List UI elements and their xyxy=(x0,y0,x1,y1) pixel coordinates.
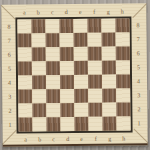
square-b2[interactable] xyxy=(32,103,46,117)
square-a3[interactable] xyxy=(18,89,32,103)
coordinate-label: c xyxy=(45,8,59,15)
square-g2[interactable] xyxy=(102,103,116,117)
rank-labels-left: 87654321 xyxy=(5,20,13,132)
coordinate-label: e xyxy=(75,135,89,142)
square-a5[interactable] xyxy=(18,61,32,75)
square-g7[interactable] xyxy=(102,33,116,47)
playing-area-border xyxy=(15,16,132,133)
square-e1[interactable] xyxy=(74,117,88,131)
square-c1[interactable] xyxy=(46,117,60,131)
square-f4[interactable] xyxy=(88,75,102,89)
square-c6[interactable] xyxy=(46,47,60,61)
square-d6[interactable] xyxy=(60,47,74,61)
square-a6[interactable] xyxy=(18,47,32,61)
square-b6[interactable] xyxy=(32,47,46,61)
square-e4[interactable] xyxy=(74,75,88,89)
coordinate-label: 3 xyxy=(6,90,13,104)
coordinate-label: 7 xyxy=(135,32,142,46)
square-b5[interactable] xyxy=(32,61,46,75)
coordinate-label: e xyxy=(73,8,87,15)
square-d5[interactable] xyxy=(60,61,74,75)
square-a1[interactable] xyxy=(18,117,32,131)
coordinate-label: f xyxy=(89,135,103,142)
square-c2[interactable] xyxy=(46,103,60,117)
square-e2[interactable] xyxy=(74,103,88,117)
coordinate-label: d xyxy=(61,135,75,142)
square-h1[interactable] xyxy=(116,116,130,130)
square-f7[interactable] xyxy=(88,33,102,47)
coordinate-label: g xyxy=(101,8,115,15)
coordinate-label: a xyxy=(17,8,31,15)
coordinate-label: h xyxy=(117,134,131,141)
coordinate-label: 2 xyxy=(6,104,13,118)
square-b4[interactable] xyxy=(32,75,46,89)
coordinate-label: 5 xyxy=(6,62,13,76)
square-d2[interactable] xyxy=(60,103,74,117)
square-g8[interactable] xyxy=(101,19,115,33)
coordinate-label: 4 xyxy=(6,76,13,90)
coordinate-label: 6 xyxy=(135,46,142,60)
square-c4[interactable] xyxy=(46,75,60,89)
square-h4[interactable] xyxy=(116,74,130,88)
square-b8[interactable] xyxy=(31,19,45,33)
square-a4[interactable] xyxy=(18,75,32,89)
frame-mitre-seam xyxy=(132,3,147,18)
coordinate-label: 2 xyxy=(135,102,142,116)
square-a7[interactable] xyxy=(18,33,32,47)
square-e3[interactable] xyxy=(74,89,88,103)
coordinate-label: 8 xyxy=(5,20,12,34)
square-f3[interactable] xyxy=(88,89,102,103)
square-g3[interactable] xyxy=(102,89,116,103)
square-a2[interactable] xyxy=(18,103,32,117)
square-h5[interactable] xyxy=(116,60,130,74)
board-grid xyxy=(17,18,130,131)
square-f5[interactable] xyxy=(88,61,102,75)
coordinate-label: 4 xyxy=(135,74,142,88)
square-b7[interactable] xyxy=(32,33,46,47)
square-c3[interactable] xyxy=(46,89,60,103)
square-e8[interactable] xyxy=(73,19,87,33)
square-h2[interactable] xyxy=(116,102,130,116)
coordinate-label: 6 xyxy=(6,48,13,62)
square-d3[interactable] xyxy=(60,89,74,103)
coordinate-label: h xyxy=(115,7,129,14)
square-h8[interactable] xyxy=(115,18,129,32)
chess-board: abcdefgh abcdefgh 87654321 87654321 xyxy=(1,3,147,147)
coordinate-label: 1 xyxy=(135,116,142,130)
square-c7[interactable] xyxy=(46,33,60,47)
square-c8[interactable] xyxy=(45,19,59,33)
square-h6[interactable] xyxy=(116,46,130,60)
coordinate-label: 8 xyxy=(134,18,141,32)
square-f2[interactable] xyxy=(88,103,102,117)
square-a8[interactable] xyxy=(17,19,31,33)
square-g4[interactable] xyxy=(102,75,116,89)
coordinate-label: 5 xyxy=(135,60,142,74)
square-g1[interactable] xyxy=(102,117,116,131)
square-h7[interactable] xyxy=(116,32,130,46)
coordinate-label: g xyxy=(103,135,117,142)
coordinate-label: b xyxy=(31,8,45,15)
coordinate-label: d xyxy=(59,8,73,15)
square-c5[interactable] xyxy=(46,61,60,75)
square-f6[interactable] xyxy=(88,47,102,61)
square-e5[interactable] xyxy=(74,61,88,75)
rank-labels-right: 87654321 xyxy=(134,18,142,130)
coordinate-label: c xyxy=(47,135,61,142)
square-b1[interactable] xyxy=(32,117,46,131)
frame-mitre-seam xyxy=(1,5,16,20)
table-surface: abcdefgh abcdefgh 87654321 87654321 xyxy=(0,0,150,150)
square-e7[interactable] xyxy=(74,33,88,47)
square-d8[interactable] xyxy=(59,19,73,33)
square-e6[interactable] xyxy=(74,47,88,61)
square-d7[interactable] xyxy=(60,33,74,47)
frame-mitre-seam xyxy=(2,130,17,145)
square-g6[interactable] xyxy=(102,47,116,61)
coordinate-label: f xyxy=(87,8,101,15)
coordinate-label: b xyxy=(33,135,47,142)
square-d1[interactable] xyxy=(60,117,74,131)
file-labels-bottom: abcdefgh xyxy=(19,134,131,142)
square-f1[interactable] xyxy=(88,117,102,131)
coordinate-label: 1 xyxy=(6,118,13,132)
square-b3[interactable] xyxy=(32,89,46,103)
frame-mitre-seam xyxy=(133,129,148,144)
coordinate-label: 7 xyxy=(6,34,13,48)
file-labels-top: abcdefgh xyxy=(17,7,129,15)
coordinate-label: 3 xyxy=(135,88,142,102)
square-g5[interactable] xyxy=(102,61,116,75)
square-d4[interactable] xyxy=(60,75,74,89)
coordinate-label: a xyxy=(19,135,33,142)
square-f8[interactable] xyxy=(87,19,101,33)
square-h3[interactable] xyxy=(116,88,130,102)
